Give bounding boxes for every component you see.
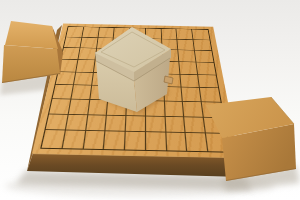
komadai-left-top-face xyxy=(5,21,58,49)
komadai-left xyxy=(2,21,63,83)
komadai-right xyxy=(206,97,296,181)
komadai-left-front-face xyxy=(2,45,60,83)
piece-box xyxy=(95,27,173,114)
scene-overlayer xyxy=(0,0,300,200)
photo-scene xyxy=(0,0,300,200)
